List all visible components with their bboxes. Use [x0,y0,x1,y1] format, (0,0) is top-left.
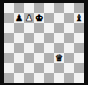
chess-diagram: ♟♟♚♝♛ [0,0,88,85]
square-e6 [44,23,54,33]
square-b3 [14,53,24,63]
square-d4 [34,43,44,53]
square-a8 [4,3,14,13]
square-h1 [74,73,84,83]
square-c3 [24,53,34,63]
square-e2 [44,63,54,73]
square-e5 [44,33,54,43]
black-pawn: ♟ [15,13,23,23]
square-d1 [34,73,44,83]
square-d6 [34,23,44,33]
square-h2 [74,63,84,73]
black-queen: ♛ [55,53,63,63]
square-d8 [34,3,44,13]
square-e8 [44,3,54,13]
square-e3 [44,53,54,63]
square-b2 [14,63,24,73]
square-a4 [4,43,14,53]
square-e1 [44,73,54,83]
square-a7 [4,13,14,23]
square-f8 [54,3,64,13]
square-f2 [54,63,64,73]
square-g3 [64,53,74,63]
square-d3 [34,53,44,63]
square-h3 [74,53,84,63]
square-b5 [14,33,24,43]
square-g7 [64,13,74,23]
square-c8 [24,3,34,13]
square-f4 [54,43,64,53]
square-d5 [34,33,44,43]
square-b6 [14,23,24,33]
square-b4 [14,43,24,53]
square-g8 [64,3,74,13]
square-a2 [4,63,14,73]
square-f1 [54,73,64,83]
square-a5 [4,33,14,43]
square-a3 [4,53,14,63]
square-h6 [74,23,84,33]
white-pawn: ♟ [25,13,33,23]
square-g5 [64,33,74,43]
square-d2 [34,63,44,73]
white-king: ♚ [35,13,43,23]
black-bishop: ♝ [75,13,83,23]
square-g4 [64,43,74,53]
square-f3: ♛ [54,53,64,63]
square-h5 [74,33,84,43]
square-b7: ♟ [14,13,24,23]
square-d7: ♚ [34,13,44,23]
square-c7: ♟ [24,13,34,23]
square-c6 [24,23,34,33]
chess-board: ♟♟♚♝♛ [4,3,84,83]
square-h7: ♝ [74,13,84,23]
square-g2 [64,63,74,73]
square-c2 [24,63,34,73]
square-a1 [4,73,14,83]
square-g1 [64,73,74,83]
square-f6 [54,23,64,33]
square-c1 [24,73,34,83]
square-e4 [44,43,54,53]
square-f5 [54,33,64,43]
square-h4 [74,43,84,53]
square-b1 [14,73,24,83]
square-g6 [64,23,74,33]
square-a6 [4,23,14,33]
square-c5 [24,33,34,43]
square-e7 [44,13,54,23]
square-h8 [74,3,84,13]
square-f7 [54,13,64,23]
square-b8 [14,3,24,13]
square-c4 [24,43,34,53]
